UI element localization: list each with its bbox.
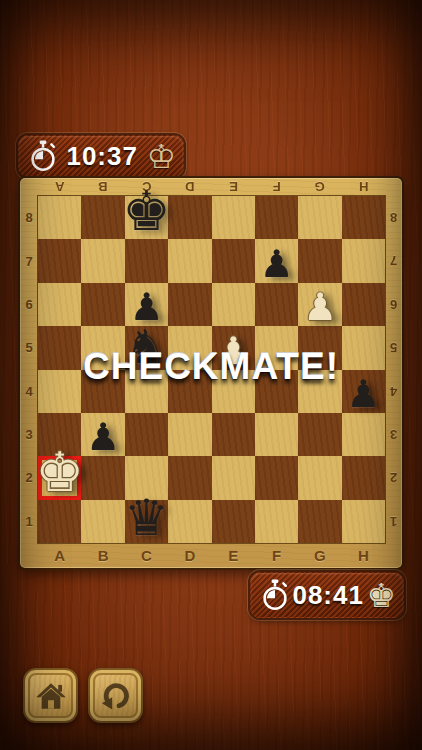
rank-label-7: 7 [385,239,402,282]
square-d3[interactable] [168,413,211,456]
file-label-e: E [212,543,255,568]
square-g6[interactable]: ♟ [298,283,341,326]
square-a6[interactable] [38,283,81,326]
square-a2[interactable]: ♚ [38,456,81,499]
square-c3[interactable] [125,413,168,456]
square-g7[interactable] [298,239,341,282]
rank-label-6: 6 [385,283,402,326]
file-label-g: G [298,178,341,196]
square-a1[interactable] [38,500,81,543]
stopwatch-icon [260,578,290,612]
rank-label-1: 1 [20,500,38,543]
white-king-icon: ♚ [366,579,396,612]
square-a8[interactable] [38,196,81,239]
square-b7[interactable] [81,239,124,282]
square-h1[interactable] [342,500,385,543]
piece-black-pawn[interactable]: ♟ [86,418,120,456]
rank-label-8: 8 [385,196,402,239]
square-f6[interactable] [255,283,298,326]
square-f2[interactable] [255,456,298,499]
square-f1[interactable] [255,500,298,543]
square-d2[interactable] [168,456,211,499]
square-h2[interactable] [342,456,385,499]
black-king-icon: ♔ [146,140,176,173]
file-labels-bottom: ABCDEFGH [38,543,385,568]
square-b1[interactable] [81,500,124,543]
square-d6[interactable] [168,283,211,326]
square-c7[interactable] [125,239,168,282]
square-c1[interactable]: ♛ [125,500,168,543]
square-f8[interactable] [255,196,298,239]
piece-black-king[interactable]: ♚ [122,185,170,239]
file-label-f: F [255,178,298,196]
white-timer: 08:41 ♚ [250,572,404,618]
piece-black-queen[interactable]: ♛ [124,493,169,543]
square-g3[interactable] [298,413,341,456]
black-timer-value: 10:37 [58,141,146,172]
square-f7[interactable]: ♟ [255,239,298,282]
square-e8[interactable] [212,196,255,239]
square-b6[interactable] [81,283,124,326]
square-e1[interactable] [212,500,255,543]
piece-white-pawn[interactable]: ♟ [303,288,337,326]
file-label-d: D [168,543,211,568]
file-label-h: H [342,543,385,568]
square-f3[interactable] [255,413,298,456]
square-h7[interactable] [342,239,385,282]
home-icon [34,679,68,713]
file-label-f: F [255,543,298,568]
rank-label-3: 3 [385,413,402,456]
restart-button[interactable] [88,668,143,723]
square-b3[interactable]: ♟ [81,413,124,456]
stopwatch-icon [28,139,58,173]
rank-label-2: 2 [385,456,402,499]
white-timer-value: 08:41 [290,580,366,611]
square-b2[interactable] [81,456,124,499]
square-g2[interactable] [298,456,341,499]
chess-game-screen: 10:37 ♔ ABCDEFGH ABCDEFGH 87654321 87654… [0,0,422,750]
rank-label-8: 8 [20,196,38,239]
file-label-b: B [81,178,124,196]
square-e6[interactable] [212,283,255,326]
square-h3[interactable] [342,413,385,456]
file-label-a: A [38,543,81,568]
file-label-d: D [168,178,211,196]
square-g1[interactable] [298,500,341,543]
square-e2[interactable] [212,456,255,499]
file-label-h: H [342,178,385,196]
square-g8[interactable] [298,196,341,239]
square-d7[interactable] [168,239,211,282]
rank-label-1: 1 [385,500,402,543]
piece-black-pawn[interactable]: ♟ [260,245,294,283]
file-label-b: B [81,543,124,568]
checkmate-banner: CHECKMATE! [0,346,422,388]
rank-label-6: 6 [20,283,38,326]
home-button[interactable] [23,668,78,723]
square-d1[interactable] [168,500,211,543]
square-a7[interactable] [38,239,81,282]
square-h6[interactable] [342,283,385,326]
square-e7[interactable] [212,239,255,282]
restart-icon [99,679,133,713]
square-b8[interactable] [81,196,124,239]
file-label-g: G [298,543,341,568]
square-e3[interactable] [212,413,255,456]
piece-white-king[interactable]: ♚ [35,446,83,500]
file-label-e: E [212,178,255,196]
file-label-a: A [38,178,81,196]
black-timer: 10:37 ♔ [18,135,184,177]
rank-label-7: 7 [20,239,38,282]
square-d8[interactable] [168,196,211,239]
file-labels-top: ABCDEFGH [38,178,385,196]
square-c8[interactable]: ♚ [125,196,168,239]
square-h8[interactable] [342,196,385,239]
